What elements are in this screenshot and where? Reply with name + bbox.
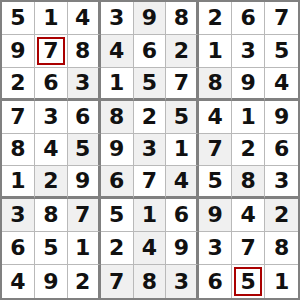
cell-digit: 2 [174,40,189,62]
cell-digit: 9 [109,138,124,160]
cell-r6c9[interactable]: 3 [265,166,298,199]
cell-r7c6[interactable]: 6 [166,199,199,232]
cell-r9c6[interactable]: 3 [166,265,199,298]
cell-digit: 4 [142,237,157,259]
cell-digit: 9 [274,106,289,128]
cell-r5c1[interactable]: 8 [2,134,35,167]
cell-r3c5[interactable]: 5 [134,68,167,101]
cell-r4c4[interactable]: 8 [101,101,134,134]
cell-r7c1[interactable]: 3 [2,199,35,232]
cell-digit: 7 [75,204,90,226]
cell-digit: 1 [241,106,256,128]
cell-r9c4[interactable]: 7 [101,265,134,298]
cell-r2c8[interactable]: 3 [232,35,265,68]
cell-r8c6[interactable]: 9 [166,232,199,265]
cell-r2c1[interactable]: 9 [2,35,35,68]
cell-digit: 5 [10,7,25,29]
cell-digit: 8 [75,40,90,62]
cell-digit: 2 [43,170,58,192]
cell-r5c9[interactable]: 6 [265,134,298,167]
cell-r7c2[interactable]: 8 [35,199,68,232]
cell-digit: 2 [10,72,25,94]
cell-digit: 6 [75,106,90,128]
cell-digit: 1 [10,170,25,192]
cell-digit: 4 [75,7,90,29]
cell-r3c9[interactable]: 4 [265,68,298,101]
cell-r7c4[interactable]: 5 [101,199,134,232]
cell-digit: 3 [208,237,223,259]
cell-r9c7[interactable]: 6 [199,265,232,298]
cell-digit: 8 [174,7,189,29]
cell-digit: 6 [43,72,58,94]
cell-digit: 7 [174,72,189,94]
cell-r1c2[interactable]: 1 [35,2,68,35]
cell-digit: 7 [109,271,124,293]
cell-r2c3[interactable]: 8 [68,35,101,68]
cell-digit: 1 [109,72,124,94]
cell-digit: 6 [208,271,223,293]
cell-digit: 9 [75,170,90,192]
cell-digit: 4 [208,106,223,128]
cell-digit: 1 [142,204,157,226]
cell-digit: 3 [10,204,25,226]
cell-r6c4[interactable]: 6 [101,166,134,199]
cell-r3c3[interactable]: 3 [68,68,101,101]
cell-digit: 9 [142,7,157,29]
cell-digit: 9 [241,72,256,94]
cell-r8c2[interactable]: 5 [35,232,68,265]
cell-r4c5[interactable]: 2 [134,101,167,134]
cell-digit: 3 [174,271,189,293]
cell-r4c8[interactable]: 1 [232,101,265,134]
cell-r7c9[interactable]: 2 [265,199,298,232]
cell-digit: 4 [43,138,58,160]
cell-digit: 5 [109,204,124,226]
cell-r3c7[interactable]: 8 [199,68,232,101]
cell-r5c8[interactable]: 2 [232,134,265,167]
cell-r7c3[interactable]: 7 [68,199,101,232]
cell-r6c2[interactable]: 2 [35,166,68,199]
cell-digit: 8 [241,170,256,192]
cell-digit: 3 [43,106,58,128]
cell-r3c6[interactable]: 7 [166,68,199,101]
cell-r8c1[interactable]: 6 [2,232,35,265]
cell-digit: 3 [109,7,124,29]
cell-r3c1[interactable]: 2 [2,68,35,101]
cell-digit: 2 [75,271,90,293]
cell-digit: 8 [10,138,25,160]
cell-digit: 2 [142,106,157,128]
cell-digit: 3 [142,138,157,160]
cell-r9c9[interactable]: 1 [265,265,298,298]
cell-r9c5[interactable]: 8 [134,265,167,298]
cell-r6c5[interactable]: 7 [134,166,167,199]
cell-digit: 7 [241,237,256,259]
cell-r5c4[interactable]: 9 [101,134,134,167]
cell-r4c2[interactable]: 3 [35,101,68,134]
cell-digit: 8 [109,106,124,128]
cell-digit: 2 [109,237,124,259]
cell-r1c1[interactable]: 5 [2,2,35,35]
cell-digit: 6 [10,237,25,259]
cell-digit: 8 [142,271,157,293]
cell-digit: 8 [208,72,223,94]
cell-digit: 4 [174,170,189,192]
cell-r2c4[interactable]: 4 [101,35,134,68]
cell-digit: 5 [142,72,157,94]
cell-r5c5[interactable]: 3 [134,134,167,167]
cell-digit: 9 [174,237,189,259]
cell-r4c1[interactable]: 7 [2,101,35,134]
cell-r8c5[interactable]: 4 [134,232,167,265]
cell-digit: 9 [43,271,58,293]
cell-r9c1[interactable]: 4 [2,265,35,298]
cell-r5c3[interactable]: 5 [68,134,101,167]
cell-digit: 2 [241,138,256,160]
cell-digit: 7 [274,7,289,29]
cell-digit: 7 [208,138,223,160]
cell-r1c9[interactable]: 7 [265,2,298,35]
cell-r6c1[interactable]: 1 [2,166,35,199]
cell-digit: 1 [174,138,189,160]
cell-digit: 2 [274,204,289,226]
cell-digit: 6 [241,7,256,29]
cell-r5c2[interactable]: 4 [35,134,68,167]
cell-r1c4[interactable]: 3 [101,2,134,35]
cell-r3c2[interactable]: 6 [35,68,68,101]
cell-r5c7[interactable]: 7 [199,134,232,167]
cell-r7c5[interactable]: 1 [134,199,167,232]
cell-digit: 5 [174,106,189,128]
cell-digit: 3 [241,40,256,62]
cell-r6c6[interactable]: 4 [166,166,199,199]
cell-r1c6[interactable]: 8 [166,2,199,35]
cell-digit: 1 [75,237,90,259]
cell-digit: 9 [10,40,25,62]
cell-digit: 3 [75,72,90,94]
cell-digit: 9 [208,204,223,226]
cell-r6c7[interactable]: 5 [199,166,232,199]
cell-digit: 5 [43,237,58,259]
cell-digit: 5 [75,138,90,160]
cell-r5c6[interactable]: 1 [166,134,199,167]
cell-r7c8[interactable]: 4 [232,199,265,232]
cell-r8c3[interactable]: 1 [68,232,101,265]
cell-r9c8[interactable]: 5 [232,265,265,298]
cell-digit: 1 [43,7,58,29]
cell-digit: 4 [10,271,25,293]
cell-r2c9[interactable]: 5 [265,35,298,68]
cell-r4c7[interactable]: 4 [199,101,232,134]
cell-digit: 7 [10,106,25,128]
cell-r8c8[interactable]: 7 [232,232,265,265]
cell-digit: 6 [109,170,124,192]
sudoku-board: 5143982679784621352631578947368254198459… [0,0,300,300]
cell-digit: 3 [274,170,289,192]
cell-r4c9[interactable]: 9 [265,101,298,134]
cell-r1c5[interactable]: 9 [134,2,167,35]
cell-r1c7[interactable]: 2 [199,2,232,35]
cell-r4c3[interactable]: 6 [68,101,101,134]
cell-r4c6[interactable]: 5 [166,101,199,134]
cell-r1c3[interactable]: 4 [68,2,101,35]
cell-r8c9[interactable]: 8 [265,232,298,265]
cell-digit: 4 [241,204,256,226]
cell-r8c4[interactable]: 2 [101,232,134,265]
cell-digit: 5 [241,271,256,293]
cell-digit: 5 [274,40,289,62]
cell-r8c7[interactable]: 3 [199,232,232,265]
cell-r6c8[interactable]: 8 [232,166,265,199]
cell-r9c3[interactable]: 2 [68,265,101,298]
cell-digit: 7 [142,170,157,192]
cell-digit: 1 [208,40,223,62]
cell-r2c7[interactable]: 1 [199,35,232,68]
cell-digit: 2 [208,7,223,29]
cell-r1c8[interactable]: 6 [232,2,265,35]
cell-r7c7[interactable]: 9 [199,199,232,232]
cell-digit: 1 [274,271,289,293]
cell-digit: 7 [43,40,58,62]
cell-r6c3[interactable]: 9 [68,166,101,199]
cell-digit: 8 [274,237,289,259]
cell-r9c2[interactable]: 9 [35,265,68,298]
cell-r2c2[interactable]: 7 [35,35,68,68]
cell-digit: 4 [109,40,124,62]
cell-r2c5[interactable]: 6 [134,35,167,68]
cell-digit: 4 [274,72,289,94]
cell-r2c6[interactable]: 2 [166,35,199,68]
cell-digit: 6 [142,40,157,62]
cell-digit: 6 [274,138,289,160]
cell-digit: 6 [174,204,189,226]
cell-digit: 8 [43,204,58,226]
cell-r3c8[interactable]: 9 [232,68,265,101]
cell-digit: 5 [208,170,223,192]
cell-r3c4[interactable]: 1 [101,68,134,101]
